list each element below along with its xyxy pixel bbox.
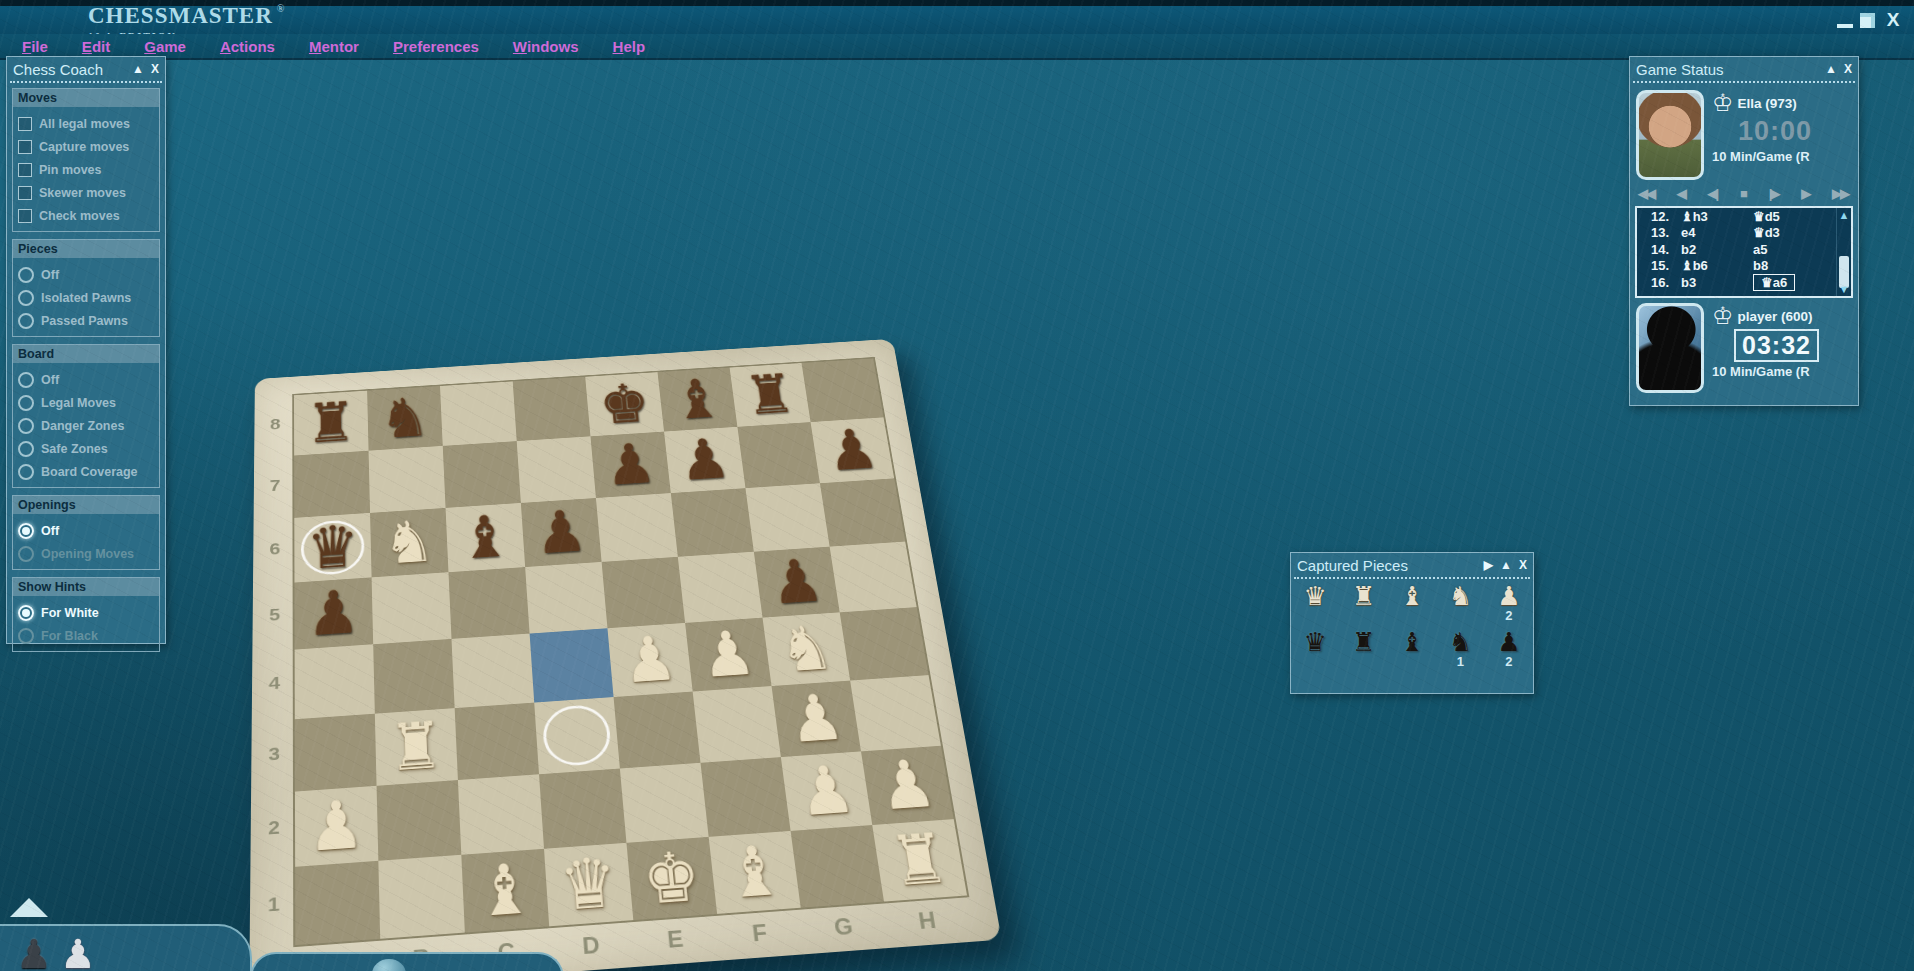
current-move-highlight: ♛a6 — [1753, 274, 1795, 291]
board-square-b3[interactable]: ♜ — [375, 708, 458, 786]
black-piece-a5[interactable]: ♟ — [294, 571, 373, 655]
captured-count: 1 — [1436, 655, 1484, 671]
move-number: 12. — [1637, 209, 1681, 224]
minimize-icon[interactable] — [1837, 12, 1853, 28]
option-board-coverage[interactable]: Board Coverage — [18, 460, 156, 483]
white-bishop-icon: ♝ — [1388, 583, 1436, 609]
move-list-scrollbar[interactable]: ▲ ▼ — [1836, 208, 1851, 296]
option-label: Safe Zones — [41, 442, 108, 456]
checkbox-icon[interactable] — [18, 186, 32, 200]
option-off[interactable]: Off — [18, 263, 156, 286]
option-label: Off — [41, 268, 59, 282]
captured-white-rook: ♜ — [1339, 583, 1387, 625]
opponent-info: ♔ Ella (973) 10:00 10 Min/Game (R — [1712, 90, 1853, 180]
option-danger-zones[interactable]: Danger Zones — [18, 414, 156, 437]
title-bar: CHESSMASTER® 10th EDITION X — [0, 6, 1914, 36]
radio-icon[interactable] — [18, 441, 34, 457]
move-row: 16.b3♛a6 — [1637, 274, 1851, 291]
menu-bar: FileEditGameActionsMentorPreferencesWind… — [0, 34, 1914, 60]
coach-group-board: BoardOffLegal MovesDanger ZonesSafe Zone… — [12, 344, 160, 488]
menu-item-actions[interactable]: Actions — [220, 38, 275, 55]
board-square-a4[interactable] — [295, 644, 375, 719]
board-square-c5[interactable] — [448, 567, 529, 639]
chess-coach-title: Chess Coach — [13, 61, 125, 78]
white-move[interactable]: ♝h3 — [1681, 209, 1753, 224]
black-piece-h7[interactable]: ♟ — [810, 412, 895, 489]
move-row: 14.b2a5 — [1637, 241, 1851, 258]
divider — [1633, 81, 1855, 83]
dark-pawn-icon: ♟ — [16, 934, 52, 971]
board-square-g1[interactable] — [791, 825, 884, 908]
move-row: 15.♝b6b8 — [1637, 258, 1851, 275]
maximize-icon[interactable] — [1860, 13, 1875, 28]
captured-white-knight: ♞ — [1436, 583, 1484, 625]
black-knight-icon: ♞ — [1436, 629, 1484, 655]
radio-icon[interactable] — [18, 546, 34, 562]
board-square-c8[interactable] — [440, 381, 517, 445]
captured-count — [1291, 655, 1339, 671]
board-square-a2[interactable]: ♟ — [295, 786, 378, 867]
option-label: Isolated Pawns — [41, 291, 131, 305]
black-queen-icon: ♛ — [1291, 629, 1339, 655]
game-status-panel: Game Status ▲ X ♔ Ella (973) 10:00 10 Mi… — [1629, 56, 1859, 406]
board-square-h6[interactable] — [820, 478, 905, 546]
option-opening-moves[interactable]: Opening Moves — [18, 542, 156, 565]
board-square-g8[interactable]: ♜ — [730, 363, 811, 427]
move-number: 14. — [1637, 242, 1681, 257]
board-square-f6[interactable] — [671, 488, 754, 557]
white-piece-f1[interactable]: ♝ — [708, 824, 802, 921]
menu-item-windows[interactable]: Windows — [513, 38, 579, 55]
board-square-h5[interactable] — [830, 542, 917, 613]
opponent-clock: 10:00 — [1738, 116, 1853, 147]
captured-count — [1339, 609, 1387, 625]
captured-pieces-title: Captured Pieces — [1297, 557, 1477, 574]
black-piece-a8[interactable]: ♜ — [294, 385, 369, 461]
captured-white-pawn: ♟2 — [1485, 583, 1533, 625]
rank-label-5: 5 — [262, 604, 287, 625]
checkbox-icon[interactable] — [18, 140, 32, 154]
option-pin-moves[interactable]: Pin moves — [18, 158, 156, 181]
move-number: 16. — [1637, 275, 1681, 290]
option-legal-moves[interactable]: Legal Moves — [18, 391, 156, 414]
logo-line1: CHESSMASTER — [88, 3, 273, 28]
file-label-e: E — [632, 924, 719, 959]
file-label-f: F — [716, 917, 804, 952]
checkbox-icon[interactable] — [18, 209, 32, 223]
board-square-b1[interactable] — [378, 855, 464, 939]
opponent-avatar — [1636, 90, 1704, 180]
group-header: Board — [13, 345, 159, 363]
menu-item-game[interactable]: Game — [144, 38, 186, 55]
coach-group-pieces: PiecesOffIsolated PawnsPassed Pawns — [12, 239, 160, 337]
playback-fast-forward-icon[interactable]: ▶ — [1801, 186, 1809, 201]
file-label-d: D — [548, 930, 635, 966]
radio-icon[interactable] — [18, 464, 34, 480]
white-piece-a2[interactable]: ♟ — [295, 779, 379, 874]
board-square-e7[interactable]: ♟ — [590, 432, 670, 498]
radio-icon[interactable] — [18, 523, 34, 539]
captured-black-queen: ♛ — [1291, 629, 1339, 671]
board-square-a5[interactable]: ♟ — [294, 577, 373, 649]
board-square-d4[interactable] — [530, 628, 614, 702]
black-pawn-icon: ♟ — [1485, 629, 1533, 655]
board-square-e6[interactable] — [596, 493, 678, 562]
rank-label-4: 4 — [262, 672, 287, 694]
captured-black-pawn: ♟2 — [1485, 629, 1533, 671]
white-move[interactable]: b3 — [1681, 275, 1753, 290]
move-row: 13.e4♛d3 — [1637, 225, 1851, 242]
rank-label-2: 2 — [261, 816, 287, 840]
board-square-h1[interactable]: ♜ — [872, 819, 967, 901]
player-time-control: 10 Min/Game (R — [1712, 364, 1853, 379]
option-label: Pin moves — [39, 163, 102, 177]
option-label: Skewer moves — [39, 186, 126, 200]
group-header: Moves — [13, 89, 159, 107]
radio-icon[interactable] — [18, 605, 34, 621]
playback-step-forward-icon[interactable]: |▶ — [1769, 186, 1779, 201]
board-square-b6[interactable]: ♞ — [370, 508, 448, 577]
white-piece-e1[interactable]: ♚ — [626, 830, 718, 927]
move-number: 13. — [1637, 225, 1681, 240]
playback-fast-back-icon[interactable]: ◀ — [1677, 186, 1685, 201]
menu-item-help[interactable]: Help — [613, 38, 646, 55]
board-square-e4[interactable]: ♟ — [607, 623, 692, 697]
black-piece-f7[interactable]: ♟ — [663, 421, 746, 498]
option-label: Danger Zones — [41, 419, 124, 433]
checkbox-icon[interactable] — [18, 117, 32, 131]
rank-label-8: 8 — [263, 415, 286, 434]
option-label: Check moves — [39, 209, 120, 223]
white-pawn-icon: ♟ — [1485, 583, 1533, 609]
group-header: Openings — [13, 496, 159, 514]
player-info: ♔ player (600) 03:32 10 Min/Game (R — [1712, 303, 1853, 393]
divider — [1294, 577, 1530, 579]
menu-item-edit[interactable]: Edit — [82, 38, 110, 55]
option-for-black[interactable]: For Black — [18, 624, 156, 647]
option-skewer-moves[interactable]: Skewer moves — [18, 181, 156, 204]
board-frame: ♜♞♚♝♜♟♟♟♛♞♝♟♟♟♟♟♞♜♟♟♟♟♝♛♚♝♜ 12345678ABCD… — [249, 339, 1001, 971]
file-label-h: H — [883, 905, 971, 940]
board-square-d6[interactable]: ♟ — [521, 498, 602, 567]
board-square-g7[interactable] — [737, 422, 820, 488]
white-move[interactable]: e4 — [1681, 225, 1753, 240]
board-square-f1[interactable]: ♝ — [709, 831, 801, 914]
board-square-c4[interactable] — [452, 634, 535, 709]
captured-count — [1291, 609, 1339, 625]
radio-icon[interactable] — [18, 267, 34, 283]
menu-item-preferences[interactable]: Preferences — [393, 38, 479, 55]
captured-pieces-panel: Captured Pieces ▶ ▲ X ♛♜♝♞♟2 ♛♜♝♞1♟2 — [1290, 552, 1534, 694]
black-rook-icon: ♜ — [1339, 629, 1387, 655]
scroll-up-icon[interactable]: ▲ — [1837, 209, 1851, 221]
captured-count — [1388, 655, 1436, 671]
option-check-moves[interactable]: Check moves — [18, 204, 156, 227]
option-label: Off — [41, 373, 59, 387]
option-label: Board Coverage — [41, 465, 138, 479]
coach-group-openings: OpeningsOffOpening Moves — [12, 495, 160, 570]
player-row: ♔ player (600) 03:32 10 Min/Game (R — [1630, 300, 1858, 395]
rank-label-3: 3 — [261, 742, 287, 765]
board-square-e3[interactable] — [614, 692, 701, 769]
game-status-title: Game Status — [1636, 61, 1818, 78]
checkbox-icon[interactable] — [18, 163, 32, 177]
captured-white-queen: ♛ — [1291, 583, 1339, 625]
playback-first-icon[interactable]: ◀◀ — [1638, 186, 1654, 201]
captured-count — [1388, 609, 1436, 625]
captured-pieces-titlebar: Captured Pieces ▶ ▲ X — [1291, 553, 1533, 577]
black-piece-c6[interactable]: ♝ — [445, 497, 525, 578]
white-piece-e4[interactable]: ♟ — [607, 617, 693, 703]
board-square-d3[interactable] — [534, 697, 620, 774]
move-row: 12.♝h3♛d5 — [1637, 208, 1851, 225]
option-label: All legal moves — [39, 117, 130, 131]
window-controls: X — [1837, 9, 1904, 31]
captured-count — [1339, 655, 1387, 671]
black-piece-d6[interactable]: ♟ — [520, 492, 602, 573]
board-square-e1[interactable]: ♚ — [626, 837, 717, 920]
captured-black-rook: ♜ — [1339, 629, 1387, 671]
rank-label-7: 7 — [263, 476, 287, 496]
white-piece-c1[interactable]: ♝ — [461, 842, 550, 940]
board-square-f3[interactable] — [693, 686, 781, 763]
board-square-c3[interactable] — [455, 703, 539, 780]
option-label: Opening Moves — [41, 547, 134, 561]
white-move[interactable]: ♝b6 — [1681, 258, 1753, 273]
captured-white-bishop: ♝ — [1388, 583, 1436, 625]
opponent-name: Ella (973) — [1738, 96, 1797, 111]
radio-icon[interactable] — [18, 395, 34, 411]
secondary-tray[interactable] — [250, 952, 564, 971]
option-capture-moves[interactable]: Capture moves — [18, 135, 156, 158]
option-off[interactable]: Off — [18, 368, 156, 391]
radio-icon[interactable] — [18, 372, 34, 388]
rank-label-6: 6 — [263, 539, 287, 560]
board-square-c6[interactable]: ♝ — [446, 503, 526, 572]
opponent-time-control: 10 Min/Game (R — [1712, 149, 1853, 164]
hint-ring-icon — [541, 704, 612, 768]
player-avatar — [1636, 303, 1704, 393]
collapse-icon[interactable]: ▲ — [1500, 558, 1512, 572]
board-square-d5[interactable] — [525, 562, 607, 634]
board-square-d8[interactable] — [513, 377, 591, 441]
white-king-icon: ♔ — [1712, 92, 1734, 114]
radio-icon[interactable] — [18, 628, 34, 644]
piece-tray[interactable]: ♟ ♟ — [0, 924, 252, 971]
rank-label-1: 1 — [260, 892, 287, 917]
divider — [10, 81, 162, 83]
black-piece-e7[interactable]: ♟ — [590, 426, 671, 504]
playback-stop-icon[interactable]: ■ — [1740, 186, 1746, 201]
white-rook-icon: ♜ — [1339, 583, 1387, 609]
black-king-icon: ♔ — [1712, 305, 1734, 327]
board-square-g2[interactable]: ♟ — [781, 751, 872, 831]
registered-mark: ® — [277, 3, 285, 14]
radio-icon[interactable] — [18, 313, 34, 329]
playback-controls: ◀◀◀◀|■|▶▶▶▶ — [1630, 182, 1858, 204]
black-piece-g8[interactable]: ♜ — [729, 358, 811, 432]
opponent-row: ♔ Ella (973) 10:00 10 Min/Game (R — [1630, 87, 1858, 182]
captured-count: 2 — [1485, 609, 1533, 625]
white-piece-g2[interactable]: ♟ — [780, 745, 873, 838]
move-number: 15. — [1637, 258, 1681, 273]
playback-last-icon[interactable]: ▶▶ — [1832, 186, 1848, 201]
tray-knob-icon — [372, 959, 406, 971]
option-label: Passed Pawns — [41, 314, 128, 328]
board-square-a8[interactable]: ♜ — [294, 391, 369, 456]
radio-icon[interactable] — [18, 418, 34, 434]
white-piece-h1[interactable]: ♜ — [871, 812, 968, 908]
captured-black-row: ♛♜♝♞1♟2 — [1291, 629, 1533, 671]
chessmaster-app: { "game": "chess", "position": "rn2kbr1/… — [0, 0, 1914, 971]
captured-black-knight: ♞1 — [1436, 629, 1484, 671]
board-square-h4[interactable] — [840, 607, 929, 680]
board-square-a1[interactable] — [295, 861, 380, 945]
tray-expand-icon[interactable] — [10, 898, 48, 917]
board-square-h7[interactable]: ♟ — [811, 417, 895, 483]
captured-count — [1436, 609, 1484, 625]
option-off[interactable]: Off — [18, 519, 156, 542]
option-safe-zones[interactable]: Safe Zones — [18, 437, 156, 460]
option-all-legal-moves[interactable]: All legal moves — [18, 112, 156, 135]
option-for-white[interactable]: For White — [18, 601, 156, 624]
chess-board-3d: ♜♞♚♝♜♟♟♟♛♞♝♟♟♟♟♟♞♜♟♟♟♟♝♛♚♝♜ 12345678ABCD… — [249, 339, 1001, 971]
playback-step-back-icon[interactable]: ◀| — [1708, 186, 1718, 201]
option-label: Capture moves — [39, 140, 129, 154]
file-label-g: G — [800, 911, 888, 946]
board-square-b8[interactable]: ♞ — [367, 386, 443, 451]
board-square-f4[interactable]: ♟ — [685, 618, 771, 692]
option-label: For White — [41, 606, 99, 620]
board-square-f7[interactable]: ♟ — [664, 427, 745, 493]
collapse-icon[interactable]: ▲ — [1825, 62, 1837, 76]
option-label: For Black — [41, 629, 98, 643]
coach-group-show-hints: Show HintsFor WhiteFor Black — [12, 577, 160, 652]
close-icon[interactable]: X — [1882, 10, 1904, 30]
scroll-down-icon[interactable]: ▼ — [1837, 283, 1851, 295]
group-header: Pieces — [13, 240, 159, 258]
white-piece-d1[interactable]: ♛ — [544, 836, 634, 933]
chess-coach-panel: Chess Coach ▲ X MovesAll legal movesCapt… — [6, 56, 166, 644]
option-label: Off — [41, 524, 59, 538]
white-queen-icon: ♛ — [1291, 583, 1339, 609]
close-icon[interactable]: X — [1844, 62, 1852, 76]
white-piece-f4[interactable]: ♟ — [684, 612, 772, 698]
chess-coach-titlebar: Chess Coach ▲ X — [7, 57, 165, 81]
board-square-c1[interactable]: ♝ — [461, 849, 549, 933]
captured-count: 2 — [1485, 655, 1533, 671]
white-move[interactable]: b2 — [1681, 242, 1753, 257]
move-list[interactable]: 12.♝h3♛d513.e4♛d314.b2a515.♝b6b816.b3♛a6… — [1635, 206, 1853, 298]
board-grid: ♜♞♚♝♜♟♟♟♛♞♝♟♟♟♟♟♞♜♟♟♟♟♝♛♚♝♜ — [292, 357, 969, 947]
light-pawn-icon: ♟ — [60, 934, 96, 971]
radio-icon[interactable] — [18, 290, 34, 306]
menu-item-mentor[interactable]: Mentor — [309, 38, 359, 55]
close-icon[interactable]: X — [151, 62, 159, 76]
player-name: player (600) — [1738, 309, 1813, 324]
option-passed-pawns[interactable]: Passed Pawns — [18, 309, 156, 332]
option-isolated-pawns[interactable]: Isolated Pawns — [18, 286, 156, 309]
group-header: Show Hints — [13, 578, 159, 596]
pin-icon[interactable]: ▶ — [1484, 558, 1493, 572]
black-bishop-icon: ♝ — [1388, 629, 1436, 655]
captured-black-bishop: ♝ — [1388, 629, 1436, 671]
menu-item-file[interactable]: File — [22, 38, 48, 55]
game-status-titlebar: Game Status ▲ X — [1630, 57, 1858, 81]
option-label: Legal Moves — [41, 396, 116, 410]
coach-group-moves: MovesAll legal movesCapture movesPin mov… — [12, 88, 160, 232]
captured-white-row: ♛♜♝♞♟2 — [1291, 583, 1533, 625]
board-square-d1[interactable]: ♛ — [544, 843, 633, 926]
player-clock: 03:32 — [1734, 329, 1819, 362]
white-piece-b6[interactable]: ♞ — [370, 502, 449, 583]
board-square-b5[interactable] — [372, 572, 452, 644]
white-knight-icon: ♞ — [1436, 583, 1484, 609]
white-piece-b3[interactable]: ♜ — [375, 702, 459, 793]
board-square-b2[interactable] — [377, 780, 462, 861]
collapse-icon[interactable]: ▲ — [132, 62, 144, 76]
black-piece-b8[interactable]: ♞ — [367, 381, 443, 456]
close-icon[interactable]: X — [1519, 558, 1527, 572]
